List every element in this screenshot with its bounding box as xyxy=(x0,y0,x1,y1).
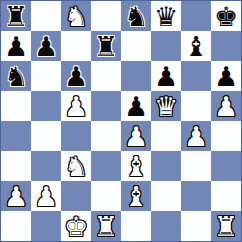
square-g3[interactable] xyxy=(181,151,211,181)
square-b3[interactable] xyxy=(31,151,61,181)
white-pawn[interactable]: ♟ xyxy=(184,123,208,150)
square-c6[interactable]: ♟ xyxy=(61,61,91,91)
square-e4[interactable]: ♟ xyxy=(121,121,151,151)
white-queen[interactable]: ♛ xyxy=(154,93,178,120)
square-a6[interactable]: ♞ xyxy=(1,61,31,91)
square-a5[interactable] xyxy=(1,91,31,121)
square-g2[interactable] xyxy=(181,181,211,211)
black-pawn[interactable]: ♟ xyxy=(64,63,88,90)
square-g7[interactable]: ♝ xyxy=(181,31,211,61)
square-h2[interactable] xyxy=(211,181,241,211)
black-king[interactable]: ♚ xyxy=(214,3,238,30)
square-a1[interactable] xyxy=(1,211,31,241)
square-h4[interactable] xyxy=(211,121,241,151)
black-knight[interactable]: ♞ xyxy=(124,3,148,30)
square-f3[interactable] xyxy=(151,151,181,181)
black-pawn[interactable]: ♟ xyxy=(4,33,28,60)
square-a7[interactable]: ♟ xyxy=(1,31,31,61)
square-f2[interactable] xyxy=(151,181,181,211)
white-bishop[interactable]: ♝ xyxy=(124,153,148,180)
white-rook[interactable]: ♜ xyxy=(214,213,238,240)
square-f6[interactable]: ♟ xyxy=(151,61,181,91)
square-f4[interactable] xyxy=(151,121,181,151)
white-knight[interactable]: ♞ xyxy=(64,3,88,30)
square-a8[interactable]: ♜ xyxy=(1,1,31,31)
black-pawn[interactable]: ♟ xyxy=(214,63,238,90)
white-pawn[interactable]: ♟ xyxy=(4,183,28,210)
square-g4[interactable]: ♟ xyxy=(181,121,211,151)
square-g1[interactable] xyxy=(181,211,211,241)
square-b8[interactable] xyxy=(31,1,61,31)
square-a4[interactable] xyxy=(1,121,31,151)
square-c7[interactable] xyxy=(61,31,91,61)
square-e3[interactable]: ♝ xyxy=(121,151,151,181)
square-d4[interactable] xyxy=(91,121,121,151)
square-g6[interactable] xyxy=(181,61,211,91)
black-bishop[interactable]: ♝ xyxy=(184,33,208,60)
square-b4[interactable] xyxy=(31,121,61,151)
black-rook[interactable]: ♜ xyxy=(94,33,118,60)
square-c4[interactable] xyxy=(61,121,91,151)
square-b2[interactable]: ♟ xyxy=(31,181,61,211)
white-pawn[interactable]: ♟ xyxy=(34,183,58,210)
square-f5[interactable]: ♛ xyxy=(151,91,181,121)
square-h6[interactable]: ♟ xyxy=(211,61,241,91)
square-c2[interactable] xyxy=(61,181,91,211)
black-pawn[interactable]: ♟ xyxy=(124,93,148,120)
square-d7[interactable]: ♜ xyxy=(91,31,121,61)
square-h1[interactable]: ♜ xyxy=(211,211,241,241)
square-d3[interactable] xyxy=(91,151,121,181)
square-c3[interactable]: ♞ xyxy=(61,151,91,181)
black-queen[interactable]: ♛ xyxy=(154,3,178,30)
square-a3[interactable] xyxy=(1,151,31,181)
chess-board: ♜♞♞♛♚♟♟♜♝♞♟♟♟♟♟♛♟♟♟♞♝♟♟♝♚♜♜ xyxy=(0,0,242,242)
white-pawn[interactable]: ♟ xyxy=(124,123,148,150)
square-e5[interactable]: ♟ xyxy=(121,91,151,121)
black-knight[interactable]: ♞ xyxy=(4,63,28,90)
white-knight[interactable]: ♞ xyxy=(64,153,88,180)
square-e7[interactable] xyxy=(121,31,151,61)
square-f8[interactable]: ♛ xyxy=(151,1,181,31)
white-king[interactable]: ♚ xyxy=(64,213,88,240)
black-pawn[interactable]: ♟ xyxy=(34,33,58,60)
square-d2[interactable] xyxy=(91,181,121,211)
black-rook[interactable]: ♜ xyxy=(4,3,28,30)
square-e2[interactable]: ♝ xyxy=(121,181,151,211)
square-d8[interactable] xyxy=(91,1,121,31)
square-h8[interactable]: ♚ xyxy=(211,1,241,31)
square-g8[interactable] xyxy=(181,1,211,31)
square-e8[interactable]: ♞ xyxy=(121,1,151,31)
white-rook[interactable]: ♜ xyxy=(94,213,118,240)
square-f7[interactable] xyxy=(151,31,181,61)
white-bishop[interactable]: ♝ xyxy=(124,183,148,210)
square-e1[interactable] xyxy=(121,211,151,241)
white-pawn[interactable]: ♟ xyxy=(64,93,88,120)
square-b5[interactable] xyxy=(31,91,61,121)
black-pawn[interactable]: ♟ xyxy=(154,63,178,90)
square-c8[interactable]: ♞ xyxy=(61,1,91,31)
white-pawn[interactable]: ♟ xyxy=(214,93,238,120)
square-e6[interactable] xyxy=(121,61,151,91)
square-b6[interactable] xyxy=(31,61,61,91)
square-d6[interactable] xyxy=(91,61,121,91)
square-h7[interactable] xyxy=(211,31,241,61)
square-f1[interactable] xyxy=(151,211,181,241)
square-b1[interactable] xyxy=(31,211,61,241)
square-a2[interactable]: ♟ xyxy=(1,181,31,211)
square-h3[interactable] xyxy=(211,151,241,181)
square-d1[interactable]: ♜ xyxy=(91,211,121,241)
square-b7[interactable]: ♟ xyxy=(31,31,61,61)
square-g5[interactable] xyxy=(181,91,211,121)
square-d5[interactable] xyxy=(91,91,121,121)
chess-diagram: ♜♞♞♛♚♟♟♜♝♞♟♟♟♟♟♛♟♟♟♞♝♟♟♝♚♜♜ xyxy=(0,0,242,242)
square-c5[interactable]: ♟ xyxy=(61,91,91,121)
square-c1[interactable]: ♚ xyxy=(61,211,91,241)
square-h5[interactable]: ♟ xyxy=(211,91,241,121)
